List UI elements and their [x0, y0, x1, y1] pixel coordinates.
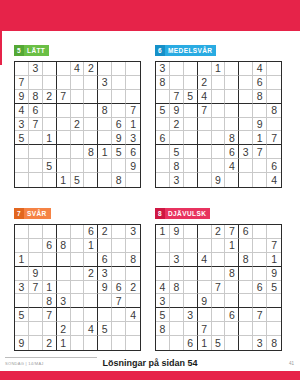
- sudoku-cell: [112, 76, 126, 90]
- sudoku-cell: [198, 131, 212, 145]
- sudoku-cell: [184, 173, 198, 187]
- sudoku-cell: 2: [126, 281, 140, 295]
- sudoku-cell: [71, 104, 85, 118]
- solutions-reference-text: Lösningar på sidan 54: [0, 358, 300, 368]
- sudoku-cell: 1: [156, 225, 170, 239]
- sudoku-cell: [112, 159, 126, 173]
- sudoku-cell: [156, 336, 170, 350]
- page-number: 41: [289, 361, 294, 366]
- sudoku-cell: 9: [267, 267, 281, 281]
- sudoku-cell: 5: [71, 173, 85, 187]
- sudoku-cell: 4: [198, 90, 212, 104]
- sudoku-cell: [98, 62, 112, 76]
- sudoku-cell: 8: [239, 253, 253, 267]
- puzzle-medelsvar: 6 MEDELSVÅR 3148267548597829681756378463…: [155, 39, 282, 188]
- sudoku-cell: [126, 336, 140, 350]
- sudoku-cell: 6: [184, 336, 198, 350]
- top-red-bar: [0, 0, 300, 31]
- sudoku-cell: 5: [156, 308, 170, 322]
- sudoku-cell: [156, 239, 170, 253]
- sudoku-cell: [112, 308, 126, 322]
- sudoku-cell: [57, 62, 71, 76]
- sudoku-cell: 9: [15, 90, 29, 104]
- sudoku-cell: 3: [170, 173, 184, 187]
- sudoku-cell: [29, 145, 43, 159]
- sudoku-cell: [156, 253, 170, 267]
- sudoku-cell: [198, 308, 212, 322]
- sudoku-cell: [15, 145, 29, 159]
- sudoku-cell: 9: [198, 294, 212, 308]
- sudoku-cell: [170, 308, 184, 322]
- left-edge-red-tab: [0, 31, 2, 65]
- sudoku-cell: [71, 253, 85, 267]
- sudoku-cell: 3: [98, 76, 112, 90]
- sudoku-cell: 1: [198, 336, 212, 350]
- sudoku-cell: [43, 76, 57, 90]
- puzzle-djavulsk: 8 DJÄVULSK 19276173481894876539536787615…: [155, 202, 282, 351]
- sudoku-cell: 8: [156, 76, 170, 90]
- sudoku-cell: 1: [15, 253, 29, 267]
- sudoku-cell: [57, 131, 71, 145]
- sudoku-cell: 3: [15, 118, 29, 132]
- sudoku-cell: 6: [239, 225, 253, 239]
- sudoku-cell: 4: [156, 281, 170, 295]
- sudoku-cell: 8: [156, 322, 170, 336]
- sudoku-cell: [156, 173, 170, 187]
- sudoku-cell: [98, 294, 112, 308]
- difficulty-number: 7: [14, 208, 24, 219]
- sudoku-cell: [212, 76, 226, 90]
- sudoku-cell: 1: [43, 131, 57, 145]
- sudoku-cell: [253, 225, 267, 239]
- sudoku-cell: [212, 239, 226, 253]
- sudoku-cell: [267, 76, 281, 90]
- sudoku-cell: [57, 145, 71, 159]
- sudoku-cell: [184, 253, 198, 267]
- sudoku-cell: [198, 118, 212, 132]
- sudoku-cell: [15, 294, 29, 308]
- sudoku-cell: 9: [170, 225, 184, 239]
- sudoku-cell: [15, 239, 29, 253]
- sudoku-cell: 7: [29, 118, 43, 132]
- sudoku-cell: 2: [71, 118, 85, 132]
- sudoku-cell: [267, 225, 281, 239]
- sudoku-cell: [15, 322, 29, 336]
- sudoku-cell: [156, 118, 170, 132]
- sudoku-cell: 5: [156, 104, 170, 118]
- sudoku-cell: [71, 145, 85, 159]
- sudoku-cell: 8: [170, 159, 184, 173]
- sudoku-cell: [71, 159, 85, 173]
- sudoku-cell: [15, 267, 29, 281]
- difficulty-badge-latt: 5 LÄTT: [14, 45, 49, 56]
- sudoku-cell: [239, 322, 253, 336]
- sudoku-cell: [212, 90, 226, 104]
- sudoku-cell: [57, 253, 71, 267]
- sudoku-cell: 9: [112, 131, 126, 145]
- sudoku-cell: 2: [43, 90, 57, 104]
- sudoku-cell: [267, 145, 281, 159]
- sudoku-cell: [184, 76, 198, 90]
- sudoku-cell: [170, 322, 184, 336]
- sudoku-cell: 6: [126, 145, 140, 159]
- sudoku-cell: [225, 336, 239, 350]
- sudoku-cell: 6: [225, 308, 239, 322]
- sudoku-cell: [184, 104, 198, 118]
- sudoku-cell: 8: [57, 239, 71, 253]
- sudoku-cell: [112, 225, 126, 239]
- sudoku-cell: [43, 145, 57, 159]
- sudoku-cell: [212, 104, 226, 118]
- difficulty-badge-svar: 7 SVÅR: [14, 208, 51, 219]
- sudoku-cell: [239, 267, 253, 281]
- sudoku-cell: [156, 159, 170, 173]
- sudoku-cell: [198, 62, 212, 76]
- sudoku-cell: [57, 76, 71, 90]
- sudoku-cell: 6: [253, 281, 267, 295]
- bottom-red-bar: [0, 371, 300, 380]
- difficulty-number: 5: [14, 45, 24, 56]
- sudoku-cell: 1: [57, 336, 71, 350]
- sudoku-cell: [212, 322, 226, 336]
- sudoku-cell: [84, 294, 98, 308]
- sudoku-cell: 8: [84, 145, 98, 159]
- sudoku-cell: 6: [112, 281, 126, 295]
- sudoku-cell: [43, 267, 57, 281]
- sudoku-cell: [29, 131, 43, 145]
- sudoku-cell: 1: [43, 281, 57, 295]
- sudoku-cell: [156, 145, 170, 159]
- sudoku-cell: 2: [57, 322, 71, 336]
- sudoku-cell: 3: [29, 62, 43, 76]
- sudoku-cell: [212, 131, 226, 145]
- sudoku-cell: [239, 90, 253, 104]
- sudoku-cell: 4: [198, 253, 212, 267]
- sudoku-cell: [57, 159, 71, 173]
- sudoku-cell: [212, 267, 226, 281]
- sudoku-cell: [126, 239, 140, 253]
- sudoku-cell: 7: [212, 281, 226, 295]
- sudoku-cell: [184, 267, 198, 281]
- sudoku-cell: 3: [98, 267, 112, 281]
- sudoku-cell: [198, 281, 212, 295]
- sudoku-cell: [43, 322, 57, 336]
- sudoku-cell: 2: [84, 62, 98, 76]
- sudoku-cell: 7: [29, 281, 43, 295]
- sudoku-cell: 5: [98, 322, 112, 336]
- sudoku-cell: [225, 173, 239, 187]
- sudoku-cell: [198, 159, 212, 173]
- sudoku-cell: [112, 62, 126, 76]
- sudoku-cell: [267, 308, 281, 322]
- sudoku-cell: 7: [225, 225, 239, 239]
- sudoku-cell: [112, 322, 126, 336]
- sudoku-cell: [84, 159, 98, 173]
- sudoku-cell: 1: [225, 239, 239, 253]
- sudoku-grid-medelsvar: 314826754859782968175637846394: [155, 61, 282, 188]
- sudoku-cell: [267, 62, 281, 76]
- sudoku-cell: 6: [98, 253, 112, 267]
- sudoku-cell: [112, 104, 126, 118]
- sudoku-cell: [126, 173, 140, 187]
- sudoku-cell: [43, 118, 57, 132]
- sudoku-cell: [184, 322, 198, 336]
- sudoku-cell: [126, 62, 140, 76]
- sudoku-cell: [212, 159, 226, 173]
- sudoku-cell: [29, 173, 43, 187]
- puzzle-svar: 7 SVÅR 623681168923371962837574245921: [14, 202, 141, 351]
- sudoku-cell: [225, 90, 239, 104]
- sudoku-cell: 6: [112, 118, 126, 132]
- sudoku-cell: [225, 76, 239, 90]
- sudoku-cell: 5: [184, 90, 198, 104]
- sudoku-cell: [239, 281, 253, 295]
- sudoku-cell: [126, 90, 140, 104]
- sudoku-cell: [98, 131, 112, 145]
- sudoku-cell: [267, 90, 281, 104]
- sudoku-cell: [112, 253, 126, 267]
- sudoku-cell: [170, 267, 184, 281]
- sudoku-cell: [239, 104, 253, 118]
- sudoku-cell: [198, 239, 212, 253]
- sudoku-cell: [84, 308, 98, 322]
- sudoku-cell: 4: [253, 62, 267, 76]
- sudoku-cell: 6: [225, 145, 239, 159]
- sudoku-cell: [112, 239, 126, 253]
- sudoku-cell: [29, 322, 43, 336]
- puzzle-latt: 5 LÄTT 3427398274687372615193815659158: [14, 39, 141, 188]
- sudoku-cell: [112, 267, 126, 281]
- sudoku-cell: 4: [225, 159, 239, 173]
- sudoku-cell: [239, 336, 253, 350]
- sudoku-cell: 8: [225, 267, 239, 281]
- sudoku-cell: [84, 90, 98, 104]
- sudoku-cell: 9: [126, 159, 140, 173]
- sudoku-cell: 6: [84, 225, 98, 239]
- sudoku-cell: [239, 173, 253, 187]
- sudoku-cell: 3: [170, 253, 184, 267]
- sudoku-cell: 2: [170, 118, 184, 132]
- sudoku-cell: 6: [267, 159, 281, 173]
- sudoku-cell: 5: [267, 281, 281, 295]
- sudoku-cell: [170, 131, 184, 145]
- sudoku-cell: [184, 225, 198, 239]
- sudoku-cell: 5: [15, 131, 29, 145]
- sudoku-cell: 2: [198, 76, 212, 90]
- sudoku-cell: 9: [170, 104, 184, 118]
- sudoku-cell: [71, 322, 85, 336]
- sudoku-cell: [29, 239, 43, 253]
- sudoku-cell: 8: [253, 90, 267, 104]
- sudoku-cell: [29, 225, 43, 239]
- sudoku-cell: [170, 76, 184, 90]
- sudoku-grid-djavulsk: 1927617348189487653953678761538: [155, 224, 282, 351]
- sudoku-cell: [71, 336, 85, 350]
- sudoku-cell: [239, 76, 253, 90]
- sudoku-cell: [239, 294, 253, 308]
- sudoku-cell: 3: [253, 336, 267, 350]
- sudoku-cell: [184, 294, 198, 308]
- sudoku-grid-svar: 623681168923371962837574245921: [14, 224, 141, 351]
- sudoku-cell: [225, 294, 239, 308]
- sudoku-cell: 1: [253, 131, 267, 145]
- sudoku-cell: [29, 308, 43, 322]
- sudoku-cell: [29, 159, 43, 173]
- sudoku-cell: [184, 118, 198, 132]
- sudoku-cell: [225, 322, 239, 336]
- sudoku-cell: [225, 118, 239, 132]
- sudoku-cell: 2: [212, 225, 226, 239]
- sudoku-cell: [156, 90, 170, 104]
- sudoku-cell: [43, 104, 57, 118]
- sudoku-cell: [126, 267, 140, 281]
- sudoku-cell: 8: [170, 281, 184, 295]
- sudoku-cell: 6: [43, 239, 57, 253]
- sudoku-cell: [43, 173, 57, 187]
- sudoku-cell: 3: [184, 308, 198, 322]
- sudoku-cell: 3: [126, 131, 140, 145]
- sudoku-cell: [198, 267, 212, 281]
- sudoku-cell: 8: [267, 336, 281, 350]
- sudoku-cell: 8: [98, 104, 112, 118]
- sudoku-cell: [84, 173, 98, 187]
- sudoku-cell: 1: [57, 173, 71, 187]
- sudoku-cell: [239, 118, 253, 132]
- sudoku-cell: [98, 239, 112, 253]
- sudoku-cell: 4: [71, 62, 85, 76]
- sudoku-cell: [57, 118, 71, 132]
- sudoku-cell: [198, 225, 212, 239]
- sudoku-cell: 5: [15, 308, 29, 322]
- sudoku-cell: [212, 294, 226, 308]
- sudoku-cell: [98, 173, 112, 187]
- sudoku-cell: [112, 90, 126, 104]
- sudoku-cell: [71, 131, 85, 145]
- sudoku-cell: 8: [126, 253, 140, 267]
- sudoku-grid-latt: 3427398274687372615193815659158: [14, 61, 141, 188]
- sudoku-cell: 5: [112, 145, 126, 159]
- sudoku-cell: 9: [212, 173, 226, 187]
- difficulty-label: DJÄVULSK: [165, 208, 210, 219]
- sudoku-cell: 5: [170, 145, 184, 159]
- sudoku-cell: [170, 239, 184, 253]
- sudoku-cell: 6: [253, 76, 267, 90]
- sudoku-cell: 3: [156, 294, 170, 308]
- sudoku-cell: 7: [112, 294, 126, 308]
- sudoku-cell: 7: [170, 90, 184, 104]
- sudoku-cell: [184, 281, 198, 295]
- sudoku-cell: [170, 336, 184, 350]
- sudoku-cell: [239, 239, 253, 253]
- sudoku-cell: 3: [126, 225, 140, 239]
- sudoku-cell: [15, 62, 29, 76]
- difficulty-badge-medelsvar: 6 MEDELSVÅR: [155, 45, 216, 56]
- sudoku-cell: [126, 322, 140, 336]
- sudoku-cell: [57, 225, 71, 239]
- sudoku-cell: 4: [267, 173, 281, 187]
- sudoku-cell: [126, 76, 140, 90]
- sudoku-cell: 7: [267, 131, 281, 145]
- sudoku-cell: [253, 253, 267, 267]
- sudoku-cell: [29, 336, 43, 350]
- difficulty-label: SVÅR: [24, 208, 51, 219]
- sudoku-cell: 1: [212, 62, 226, 76]
- sudoku-cell: [43, 225, 57, 239]
- sudoku-cell: 3: [15, 281, 29, 295]
- sudoku-cell: [15, 159, 29, 173]
- sudoku-cell: 7: [198, 322, 212, 336]
- sudoku-cell: [84, 336, 98, 350]
- sudoku-cell: [225, 104, 239, 118]
- sudoku-cell: [184, 62, 198, 76]
- sudoku-cell: 3: [156, 62, 170, 76]
- difficulty-badge-djavulsk: 8 DJÄVULSK: [155, 208, 210, 219]
- sudoku-cell: [239, 159, 253, 173]
- sudoku-cell: [253, 239, 267, 253]
- sudoku-cell: [253, 173, 267, 187]
- sudoku-cell: [198, 145, 212, 159]
- sudoku-cell: [198, 173, 212, 187]
- sudoku-cell: [184, 131, 198, 145]
- sudoku-cell: [98, 159, 112, 173]
- sudoku-cell: 8: [225, 131, 239, 145]
- sudoku-cell: [253, 322, 267, 336]
- sudoku-cell: 1: [267, 253, 281, 267]
- sudoku-cell: [71, 281, 85, 295]
- sudoku-cell: 9: [98, 281, 112, 295]
- sudoku-cell: 5: [43, 159, 57, 173]
- sudoku-cell: [57, 308, 71, 322]
- sudoku-cell: 1: [98, 145, 112, 159]
- sudoku-cell: 8: [267, 104, 281, 118]
- sudoku-cell: [84, 104, 98, 118]
- sudoku-cell: 9: [29, 267, 43, 281]
- sudoku-cell: [225, 253, 239, 267]
- sudoku-cell: 9: [253, 118, 267, 132]
- sudoku-cell: [170, 62, 184, 76]
- sudoku-cell: 2: [98, 225, 112, 239]
- sudoku-cell: 7: [253, 145, 267, 159]
- difficulty-number: 6: [155, 45, 165, 56]
- sudoku-cell: [267, 322, 281, 336]
- sudoku-cell: 6: [156, 131, 170, 145]
- sudoku-cell: [71, 308, 85, 322]
- sudoku-cell: [84, 281, 98, 295]
- sudoku-cell: 1: [126, 118, 140, 132]
- sudoku-cell: [98, 90, 112, 104]
- sudoku-cell: 7: [126, 104, 140, 118]
- sudoku-cell: 8: [43, 294, 57, 308]
- sudoku-cell: [253, 294, 267, 308]
- sudoku-cell: [267, 294, 281, 308]
- sudoku-cell: [98, 308, 112, 322]
- sudoku-cell: 3: [57, 294, 71, 308]
- sudoku-cell: [126, 294, 140, 308]
- sudoku-cell: [267, 118, 281, 132]
- sudoku-cell: 4: [15, 104, 29, 118]
- sudoku-cell: [253, 267, 267, 281]
- sudoku-cell: 5: [212, 336, 226, 350]
- sudoku-cell: 7: [57, 90, 71, 104]
- sudoku-cell: [84, 253, 98, 267]
- difficulty-label: MEDELSVÅR: [165, 45, 216, 56]
- sudoku-cell: [239, 131, 253, 145]
- sudoku-cell: 1: [84, 239, 98, 253]
- sudoku-cell: [15, 173, 29, 187]
- sudoku-cell: 7: [267, 239, 281, 253]
- sudoku-cell: [184, 145, 198, 159]
- sudoku-cell: 7: [198, 104, 212, 118]
